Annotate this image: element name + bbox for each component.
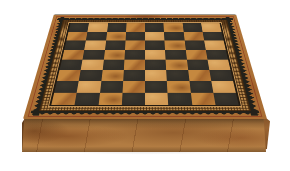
square: [202, 32, 223, 41]
square: [145, 81, 168, 93]
square: [86, 32, 107, 41]
square: [122, 93, 145, 105]
square: [126, 23, 145, 31]
box-front-side: [22, 117, 266, 152]
square: [57, 70, 81, 81]
square: [106, 32, 126, 41]
square: [164, 23, 184, 31]
square: [188, 70, 211, 81]
square: [68, 23, 89, 31]
square: [75, 93, 100, 105]
square: [54, 81, 79, 93]
square: [168, 93, 192, 105]
square: [107, 23, 127, 31]
square: [83, 50, 105, 60]
square: [183, 32, 204, 41]
square: [206, 50, 228, 60]
square: [64, 40, 86, 49]
square: [165, 50, 186, 60]
square: [124, 60, 145, 70]
square: [167, 81, 190, 93]
square: [122, 81, 145, 93]
square: [105, 40, 126, 49]
square: [51, 93, 77, 105]
square: [213, 93, 239, 105]
square: [77, 81, 101, 93]
square: [189, 81, 213, 93]
square: [166, 70, 189, 81]
square: [166, 60, 188, 70]
square: [100, 81, 123, 93]
square: [165, 40, 186, 49]
square: [145, 23, 164, 31]
square: [125, 40, 145, 49]
square: [145, 70, 167, 81]
square: [204, 40, 226, 49]
square: [190, 93, 215, 105]
square: [211, 81, 236, 93]
leather-map-border: [23, 14, 267, 119]
square: [98, 93, 122, 105]
square: [101, 70, 124, 81]
chessboard: [23, 14, 267, 119]
square: [145, 50, 166, 60]
square: [201, 23, 222, 31]
square: [185, 50, 207, 60]
square: [79, 70, 102, 81]
square: [88, 23, 108, 31]
square: [103, 50, 124, 60]
square: [66, 32, 87, 41]
square: [60, 60, 83, 70]
square: [207, 60, 230, 70]
square: [145, 40, 165, 49]
square: [187, 60, 210, 70]
square: [125, 32, 145, 41]
square: [81, 60, 104, 70]
square: [145, 60, 166, 70]
product-photo-scene: [0, 0, 290, 171]
square: [184, 40, 205, 49]
square: [123, 70, 145, 81]
square: [145, 32, 165, 41]
square: [182, 23, 202, 31]
square: [145, 93, 168, 105]
board-squares: [49, 23, 241, 107]
sawtooth-trim-bottom: [30, 111, 260, 115]
square: [124, 50, 145, 60]
square: [102, 60, 124, 70]
square: [84, 40, 105, 49]
square: [62, 50, 84, 60]
square: [164, 32, 184, 41]
square: [209, 70, 233, 81]
